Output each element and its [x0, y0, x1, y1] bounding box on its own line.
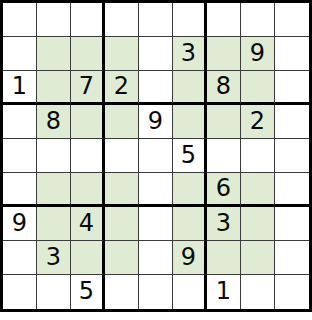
given-digit: 2: [114, 74, 129, 98]
cell-r7c7[interactable]: 3: [207, 207, 241, 241]
given-digit: 9: [12, 211, 27, 235]
cell-r7c8[interactable]: [241, 207, 275, 241]
cell-r6c6[interactable]: [173, 173, 207, 207]
cell-r2c8[interactable]: 9: [241, 37, 275, 71]
cell-r5c2[interactable]: [37, 139, 71, 173]
given-digit: 8: [216, 74, 231, 98]
cell-r2c5[interactable]: [139, 37, 173, 71]
given-digit: 6: [216, 176, 231, 200]
cell-r3c7[interactable]: 8: [207, 71, 241, 105]
given-digit: 5: [79, 279, 94, 303]
cell-r5c4[interactable]: [105, 139, 139, 173]
cell-r8c5[interactable]: [139, 241, 173, 275]
cell-r9c7[interactable]: 1: [207, 275, 241, 309]
cell-r2c9[interactable]: [275, 37, 309, 71]
cell-r1c1[interactable]: [3, 3, 37, 37]
cell-r5c5[interactable]: [139, 139, 173, 173]
cell-r3c5[interactable]: [139, 71, 173, 105]
cell-r3c6[interactable]: [173, 71, 207, 105]
cell-r7c2[interactable]: [37, 207, 71, 241]
cell-r9c9[interactable]: [275, 275, 309, 309]
cell-r2c1[interactable]: [3, 37, 37, 71]
given-digit: 5: [181, 143, 196, 167]
given-digit: 3: [181, 41, 196, 65]
cell-r5c8[interactable]: [241, 139, 275, 173]
given-digit: 2: [250, 109, 265, 133]
given-digit: 1: [216, 279, 231, 303]
cell-r3c4[interactable]: 2: [105, 71, 139, 105]
cell-r8c3[interactable]: [71, 241, 105, 275]
cell-r9c1[interactable]: [3, 275, 37, 309]
cell-r3c2[interactable]: [37, 71, 71, 105]
cell-r1c6[interactable]: [173, 3, 207, 37]
cell-r1c8[interactable]: [241, 3, 275, 37]
given-digit: 4: [79, 211, 94, 235]
cell-r7c3[interactable]: 4: [71, 207, 105, 241]
given-digit: 1: [12, 74, 27, 98]
cell-r2c7[interactable]: [207, 37, 241, 71]
cell-r8c8[interactable]: [241, 241, 275, 275]
cell-r7c4[interactable]: [105, 207, 139, 241]
cell-r4c4[interactable]: [105, 105, 139, 139]
given-digit: 9: [181, 245, 196, 269]
cell-r9c3[interactable]: 5: [71, 275, 105, 309]
cell-r4c3[interactable]: [71, 105, 105, 139]
cell-r8c9[interactable]: [275, 241, 309, 275]
given-digit: 8: [46, 109, 61, 133]
cell-r8c1[interactable]: [3, 241, 37, 275]
cell-r3c3[interactable]: 7: [71, 71, 105, 105]
given-digit: 3: [46, 245, 61, 269]
cell-r4c1[interactable]: [3, 105, 37, 139]
cell-r8c4[interactable]: [105, 241, 139, 275]
cell-r6c2[interactable]: [37, 173, 71, 207]
cell-r4c7[interactable]: [207, 105, 241, 139]
cell-r7c6[interactable]: [173, 207, 207, 241]
cell-r1c7[interactable]: [207, 3, 241, 37]
cell-r1c2[interactable]: [37, 3, 71, 37]
cell-r3c1[interactable]: 1: [3, 71, 37, 105]
cell-r2c4[interactable]: [105, 37, 139, 71]
cell-r9c8[interactable]: [241, 275, 275, 309]
sudoku-page: 391728892569433951: [0, 0, 312, 320]
given-digit: 9: [250, 41, 265, 65]
cell-r5c7[interactable]: [207, 139, 241, 173]
cell-r6c8[interactable]: [241, 173, 275, 207]
cell-r5c6[interactable]: 5: [173, 139, 207, 173]
cell-r2c2[interactable]: [37, 37, 71, 71]
cell-r8c6[interactable]: 9: [173, 241, 207, 275]
cell-r6c5[interactable]: [139, 173, 173, 207]
cell-r3c8[interactable]: [241, 71, 275, 105]
sudoku-board: 391728892569433951: [0, 0, 312, 312]
cell-r4c2[interactable]: 8: [37, 105, 71, 139]
cell-r4c8[interactable]: 2: [241, 105, 275, 139]
cell-r8c7[interactable]: [207, 241, 241, 275]
cell-r6c1[interactable]: [3, 173, 37, 207]
cell-r2c6[interactable]: 3: [173, 37, 207, 71]
cell-r8c2[interactable]: 3: [37, 241, 71, 275]
cell-r1c4[interactable]: [105, 3, 139, 37]
given-digit: 7: [79, 74, 94, 98]
cell-r9c4[interactable]: [105, 275, 139, 309]
cell-r6c9[interactable]: [275, 173, 309, 207]
cell-r9c5[interactable]: [139, 275, 173, 309]
cell-r6c4[interactable]: [105, 173, 139, 207]
cell-r9c6[interactable]: [173, 275, 207, 309]
cell-r7c9[interactable]: [275, 207, 309, 241]
cell-r5c1[interactable]: [3, 139, 37, 173]
cell-r6c7[interactable]: 6: [207, 173, 241, 207]
cell-r5c9[interactable]: [275, 139, 309, 173]
cell-r6c3[interactable]: [71, 173, 105, 207]
cell-r1c9[interactable]: [275, 3, 309, 37]
given-digit: 3: [216, 211, 231, 235]
given-digit: 9: [148, 109, 163, 133]
cell-r2c3[interactable]: [71, 37, 105, 71]
cell-r1c5[interactable]: [139, 3, 173, 37]
cell-r9c2[interactable]: [37, 275, 71, 309]
cell-r3c9[interactable]: [275, 71, 309, 105]
cell-r4c5[interactable]: 9: [139, 105, 173, 139]
cell-r5c3[interactable]: [71, 139, 105, 173]
cell-r4c9[interactable]: [275, 105, 309, 139]
cell-r7c5[interactable]: [139, 207, 173, 241]
cell-r1c3[interactable]: [71, 3, 105, 37]
cell-r4c6[interactable]: [173, 105, 207, 139]
cell-r7c1[interactable]: 9: [3, 207, 37, 241]
